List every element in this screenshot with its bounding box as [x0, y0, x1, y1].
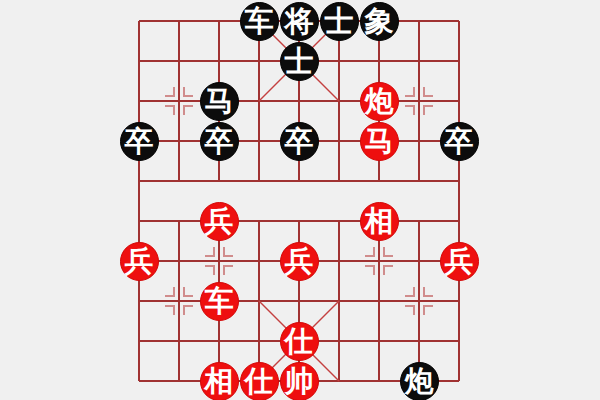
black-pawn[interactable]: 卒 [120, 122, 159, 161]
piece-glyph: 卒 [205, 127, 234, 156]
piece-glyph: 士 [325, 7, 354, 36]
black-chariot[interactable]: 车 [240, 2, 279, 41]
piece-glyph: 卒 [125, 127, 154, 156]
piece-glyph: 车 [205, 287, 234, 316]
red-pawn[interactable]: 兵 [120, 242, 159, 281]
piece-glyph: 兵 [445, 247, 474, 276]
piece-glyph: 将 [285, 7, 314, 36]
red-pawn[interactable]: 兵 [200, 202, 239, 241]
black-horse[interactable]: 马 [200, 82, 239, 121]
black-pawn[interactable]: 卒 [200, 122, 239, 161]
red-pawn[interactable]: 兵 [440, 242, 479, 281]
xiangqi-board[interactable]: 车将士象士马炮卒卒卒马卒兵相兵兵兵车仕相仕帅炮 [119, 1, 479, 400]
piece-glyph: 马 [365, 127, 394, 156]
red-chariot[interactable]: 车 [200, 282, 239, 321]
red-cannon[interactable]: 炮 [360, 82, 399, 121]
piece-glyph: 相 [365, 207, 394, 236]
piece-glyph: 兵 [205, 207, 234, 236]
piece-glyph: 象 [365, 7, 394, 36]
red-elephant[interactable]: 相 [360, 202, 399, 241]
black-advisor[interactable]: 士 [280, 42, 319, 81]
black-advisor[interactable]: 士 [320, 2, 359, 41]
piece-glyph: 仕 [285, 327, 314, 356]
red-advisor[interactable]: 仕 [280, 322, 319, 361]
piece-glyph: 车 [245, 7, 274, 36]
red-general[interactable]: 帅 [280, 362, 319, 400]
red-horse[interactable]: 马 [360, 122, 399, 161]
black-general[interactable]: 将 [280, 2, 319, 41]
piece-glyph: 卒 [445, 127, 474, 156]
piece-glyph: 马 [205, 87, 234, 116]
piece-glyph: 兵 [125, 247, 154, 276]
piece-glyph: 炮 [365, 87, 394, 116]
red-elephant[interactable]: 相 [200, 362, 239, 400]
piece-glyph: 相 [205, 367, 234, 396]
black-cannon[interactable]: 炮 [400, 362, 439, 400]
piece-glyph: 兵 [285, 247, 314, 276]
red-advisor[interactable]: 仕 [240, 362, 279, 400]
red-pawn[interactable]: 兵 [280, 242, 319, 281]
piece-glyph: 士 [285, 47, 314, 76]
piece-glyph: 仕 [245, 367, 274, 396]
black-pawn[interactable]: 卒 [440, 122, 479, 161]
piece-glyph: 炮 [405, 367, 434, 396]
black-elephant[interactable]: 象 [360, 2, 399, 41]
piece-glyph: 卒 [285, 127, 314, 156]
piece-glyph: 帅 [285, 367, 314, 396]
xiangqi-app-screen: 车将士象士马炮卒卒卒马卒兵相兵兵兵车仕相仕帅炮 [0, 0, 600, 400]
black-pawn[interactable]: 卒 [280, 122, 319, 161]
